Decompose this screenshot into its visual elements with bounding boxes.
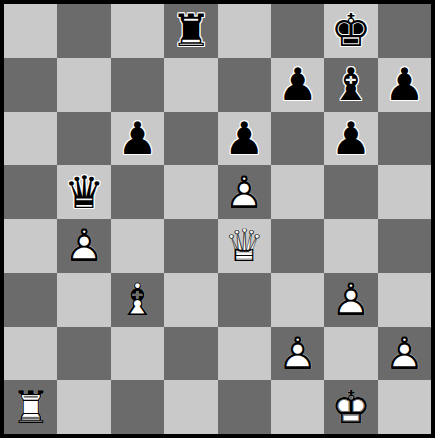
square-a4[interactable] — [4, 219, 57, 273]
square-g3[interactable]: ♟♙ — [324, 273, 377, 327]
square-f6[interactable] — [271, 112, 324, 166]
square-b8[interactable] — [57, 4, 110, 58]
pawn-glyph: ♟ — [277, 62, 317, 107]
square-b7[interactable] — [57, 58, 110, 112]
black-bishop: ♝ — [331, 62, 371, 107]
square-b6[interactable] — [57, 112, 110, 166]
square-f7[interactable]: ♟ — [271, 58, 324, 112]
queen-glyph: ♛ — [64, 170, 104, 215]
square-b3[interactable] — [57, 273, 110, 327]
queen-outline-glyph: ♕ — [224, 223, 264, 268]
square-g2[interactable] — [324, 327, 377, 381]
white-pawn: ♟♙ — [224, 170, 264, 215]
pawn-glyph: ♟ — [384, 62, 424, 107]
square-f4[interactable] — [271, 219, 324, 273]
black-pawn: ♟ — [331, 116, 371, 161]
square-g8[interactable]: ♚ — [324, 4, 377, 58]
square-g6[interactable]: ♟ — [324, 112, 377, 166]
king-glyph: ♚ — [331, 8, 371, 53]
square-g5[interactable] — [324, 165, 377, 219]
white-pawn: ♟♙ — [64, 223, 104, 268]
black-pawn: ♟ — [277, 62, 317, 107]
square-h6[interactable] — [378, 112, 431, 166]
square-e7[interactable] — [218, 58, 271, 112]
chess-board: ♜♚♟♝♟♟♟♟♛♟♙♟♙♛♕♝♗♟♙♟♙♟♙♜♖♚♔ — [4, 4, 431, 434]
square-f3[interactable] — [271, 273, 324, 327]
square-b5[interactable]: ♛ — [57, 165, 110, 219]
square-f2[interactable]: ♟♙ — [271, 327, 324, 381]
pawn-outline-glyph: ♙ — [384, 331, 424, 376]
square-b2[interactable] — [57, 327, 110, 381]
square-d4[interactable] — [164, 219, 217, 273]
square-f1[interactable] — [271, 380, 324, 434]
rook-glyph: ♜ — [171, 8, 211, 53]
square-b4[interactable]: ♟♙ — [57, 219, 110, 273]
square-e4[interactable]: ♛♕ — [218, 219, 271, 273]
square-g7[interactable]: ♝ — [324, 58, 377, 112]
square-e2[interactable] — [218, 327, 271, 381]
square-d7[interactable] — [164, 58, 217, 112]
square-c7[interactable] — [111, 58, 164, 112]
rook-outline-glyph: ♖ — [11, 385, 51, 430]
square-a8[interactable] — [4, 4, 57, 58]
square-c5[interactable] — [111, 165, 164, 219]
pawn-outline-glyph: ♙ — [277, 331, 317, 376]
square-c3[interactable]: ♝♗ — [111, 273, 164, 327]
pawn-glyph: ♟ — [224, 116, 264, 161]
square-g1[interactable]: ♚♔ — [324, 380, 377, 434]
square-e8[interactable] — [218, 4, 271, 58]
square-c8[interactable] — [111, 4, 164, 58]
pawn-outline-glyph: ♙ — [64, 223, 104, 268]
square-h3[interactable] — [378, 273, 431, 327]
square-d8[interactable]: ♜ — [164, 4, 217, 58]
white-king: ♚♔ — [331, 385, 371, 430]
square-c6[interactable]: ♟ — [111, 112, 164, 166]
square-h1[interactable] — [378, 380, 431, 434]
square-c1[interactable] — [111, 380, 164, 434]
square-e1[interactable] — [218, 380, 271, 434]
square-d5[interactable] — [164, 165, 217, 219]
square-f8[interactable] — [271, 4, 324, 58]
square-f5[interactable] — [271, 165, 324, 219]
square-a1[interactable]: ♜♖ — [4, 380, 57, 434]
pawn-outline-glyph: ♙ — [331, 277, 371, 322]
king-outline-glyph: ♔ — [331, 385, 371, 430]
square-h2[interactable]: ♟♙ — [378, 327, 431, 381]
pawn-glyph: ♟ — [117, 116, 157, 161]
square-e5[interactable]: ♟♙ — [218, 165, 271, 219]
black-pawn: ♟ — [224, 116, 264, 161]
white-rook: ♜♖ — [11, 385, 51, 430]
pawn-outline-glyph: ♙ — [224, 170, 264, 215]
square-c2[interactable] — [111, 327, 164, 381]
square-h8[interactable] — [378, 4, 431, 58]
white-pawn: ♟♙ — [384, 331, 424, 376]
pawn-glyph: ♟ — [331, 116, 371, 161]
square-h7[interactable]: ♟ — [378, 58, 431, 112]
square-b1[interactable] — [57, 380, 110, 434]
black-king: ♚ — [331, 8, 371, 53]
square-h4[interactable] — [378, 219, 431, 273]
bishop-outline-glyph: ♗ — [117, 277, 157, 322]
square-g4[interactable] — [324, 219, 377, 273]
square-a5[interactable] — [4, 165, 57, 219]
chess-board-frame: ♜♚♟♝♟♟♟♟♛♟♙♟♙♛♕♝♗♟♙♟♙♟♙♜♖♚♔ — [0, 0, 435, 438]
square-e3[interactable] — [218, 273, 271, 327]
bishop-glyph: ♝ — [331, 62, 371, 107]
square-c4[interactable] — [111, 219, 164, 273]
square-d6[interactable] — [164, 112, 217, 166]
white-pawn: ♟♙ — [277, 331, 317, 376]
square-a3[interactable] — [4, 273, 57, 327]
square-d2[interactable] — [164, 327, 217, 381]
square-e6[interactable]: ♟ — [218, 112, 271, 166]
square-h5[interactable] — [378, 165, 431, 219]
square-a6[interactable] — [4, 112, 57, 166]
white-bishop: ♝♗ — [117, 277, 157, 322]
white-queen: ♛♕ — [224, 223, 264, 268]
black-pawn: ♟ — [384, 62, 424, 107]
square-a7[interactable] — [4, 58, 57, 112]
square-a2[interactable] — [4, 327, 57, 381]
black-rook: ♜ — [171, 8, 211, 53]
black-pawn: ♟ — [117, 116, 157, 161]
black-queen: ♛ — [64, 170, 104, 215]
square-d1[interactable] — [164, 380, 217, 434]
square-d3[interactable] — [164, 273, 217, 327]
white-pawn: ♟♙ — [331, 277, 371, 322]
